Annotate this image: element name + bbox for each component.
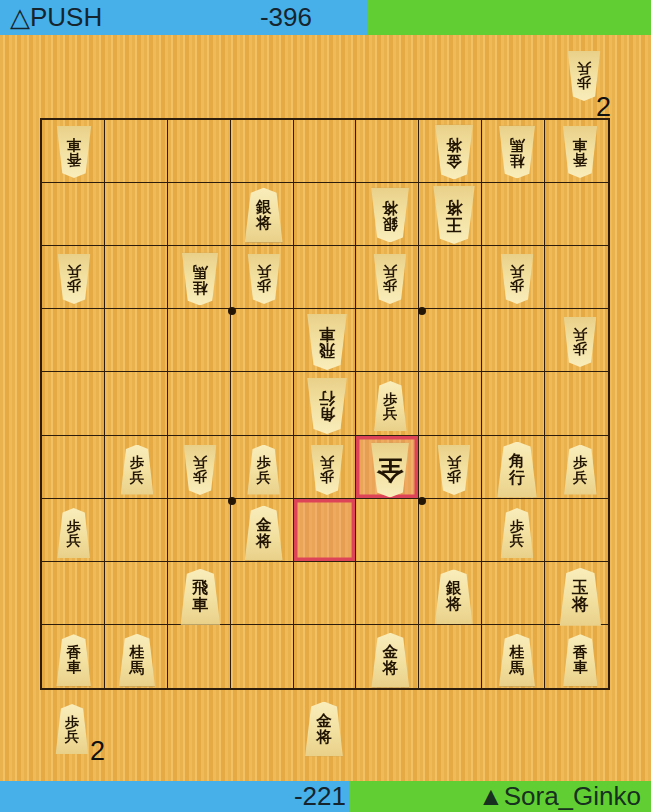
hoshi-dot — [228, 497, 236, 505]
board-cell[interactable] — [168, 183, 231, 246]
top-player-bar: △PUSH -396 — [0, 0, 651, 35]
board-cell[interactable] — [105, 246, 168, 309]
board-cell[interactable] — [42, 183, 105, 246]
board-cell[interactable] — [482, 562, 545, 625]
board-cell[interactable] — [231, 372, 294, 435]
board-cell[interactable] — [231, 625, 294, 688]
board-cell[interactable] — [294, 183, 357, 246]
top-player-name: △PUSH — [10, 0, 102, 35]
board-cell[interactable] — [231, 562, 294, 625]
sente-hand-piece-p[interactable]: 歩兵 — [54, 704, 91, 754]
board-cell[interactable] — [419, 372, 482, 435]
board-cell[interactable] — [545, 246, 608, 309]
board-cell[interactable] — [419, 246, 482, 309]
bottom-eval-bar: -221 — [0, 781, 350, 812]
board-cell[interactable] — [482, 183, 545, 246]
board-cell[interactable] — [419, 309, 482, 372]
board-cell[interactable] — [294, 625, 357, 688]
top-eval-value: -396 — [260, 0, 312, 35]
board-cell[interactable] — [231, 120, 294, 183]
board-cell[interactable] — [105, 499, 168, 562]
bottom-player-bar: -221 ▲Sora_Ginko — [0, 781, 651, 812]
board-cell[interactable] — [168, 625, 231, 688]
hoshi-dot — [418, 497, 426, 505]
board-cell[interactable] — [42, 372, 105, 435]
board-cell[interactable] — [105, 562, 168, 625]
sente-hand-piece-g[interactable]: 金将 — [303, 702, 346, 757]
board-cell[interactable] — [105, 372, 168, 435]
board-cell[interactable] — [545, 372, 608, 435]
board-cell[interactable] — [356, 120, 419, 183]
sente-hand-count: 2 — [90, 736, 105, 767]
board-cell[interactable] — [42, 309, 105, 372]
board-cell[interactable] — [42, 562, 105, 625]
board-cell[interactable] — [545, 499, 608, 562]
bottom-eval-value: -221 — [294, 781, 346, 812]
board-cell[interactable] — [482, 372, 545, 435]
board-cell[interactable] — [105, 183, 168, 246]
shogi-board[interactable]: 香車金将桂馬香車銀将銀将王将歩兵桂馬歩兵歩兵歩兵飛車歩兵角行歩兵歩兵歩兵歩兵歩兵… — [40, 118, 610, 690]
board-cell[interactable] — [168, 309, 231, 372]
board-cell[interactable] — [42, 436, 105, 499]
hoshi-dot — [418, 307, 426, 315]
board-cell[interactable] — [294, 246, 357, 309]
board-cell[interactable] — [168, 120, 231, 183]
board-cell[interactable] — [545, 183, 608, 246]
gote-hand-count: 2 — [596, 92, 611, 123]
board-cell[interactable] — [356, 562, 419, 625]
board-cell[interactable] — [294, 562, 357, 625]
board-cell[interactable] — [231, 309, 294, 372]
board-cell[interactable] — [168, 372, 231, 435]
bottom-player-name: ▲Sora_Ginko — [478, 781, 641, 812]
board-cell[interactable] — [294, 499, 357, 562]
board-cell[interactable] — [294, 120, 357, 183]
board-cell[interactable] — [419, 625, 482, 688]
board-cell[interactable] — [105, 120, 168, 183]
board-cell[interactable] — [482, 309, 545, 372]
top-eval-bar: △PUSH -396 — [0, 0, 368, 35]
board-cell[interactable] — [168, 499, 231, 562]
board-cell[interactable] — [105, 309, 168, 372]
board-cell[interactable] — [419, 499, 482, 562]
board-cell[interactable] — [356, 309, 419, 372]
hoshi-dot — [228, 307, 236, 315]
board-cell[interactable] — [356, 499, 419, 562]
